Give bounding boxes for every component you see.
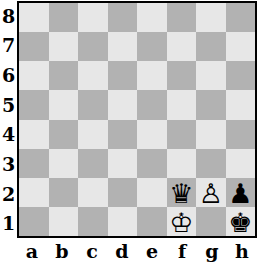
square-h2[interactable]: ♟ [226, 178, 256, 207]
square-a2[interactable] [19, 178, 49, 207]
square-c7[interactable] [78, 32, 108, 61]
square-e7[interactable] [137, 32, 167, 61]
square-e5[interactable] [137, 90, 167, 119]
file-label-h: h [227, 239, 257, 262]
file-label-a: a [17, 239, 47, 262]
square-e3[interactable] [137, 149, 167, 178]
square-g2[interactable]: ♙ [196, 178, 226, 207]
square-d6[interactable] [108, 61, 138, 90]
square-d2[interactable] [108, 178, 138, 207]
square-e8[interactable] [137, 3, 167, 32]
square-f4[interactable] [167, 120, 197, 149]
black-pawn[interactable]: ♟ [228, 180, 252, 207]
square-e1[interactable] [137, 207, 167, 236]
file-label-d: d [107, 239, 137, 262]
black-queen[interactable]: ♛ [169, 180, 193, 207]
square-g7[interactable] [196, 32, 226, 61]
square-g6[interactable] [196, 61, 226, 90]
white-pawn[interactable]: ♙ [199, 180, 223, 207]
file-labels: abcdefgh [17, 239, 257, 262]
white-king[interactable]: ♔ [169, 209, 193, 236]
square-h6[interactable] [226, 61, 256, 90]
square-a8[interactable] [19, 3, 49, 32]
square-a7[interactable] [19, 32, 49, 61]
square-b3[interactable] [49, 149, 79, 178]
square-h1[interactable]: ♚ [226, 207, 256, 236]
rank-label-5: 5 [0, 90, 17, 120]
square-d7[interactable] [108, 32, 138, 61]
square-b6[interactable] [49, 61, 79, 90]
square-f8[interactable] [167, 3, 197, 32]
square-h5[interactable] [226, 90, 256, 119]
square-d3[interactable] [108, 149, 138, 178]
square-a1[interactable] [19, 207, 49, 236]
square-c5[interactable] [78, 90, 108, 119]
square-f2[interactable]: ♛ [167, 178, 197, 207]
square-a3[interactable] [19, 149, 49, 178]
square-g1[interactable] [196, 207, 226, 236]
square-a4[interactable] [19, 120, 49, 149]
square-a6[interactable] [19, 61, 49, 90]
square-e4[interactable] [137, 120, 167, 149]
black-king[interactable]: ♚ [228, 209, 252, 236]
square-c1[interactable] [78, 207, 108, 236]
square-f6[interactable] [167, 61, 197, 90]
file-label-c: c [77, 239, 107, 262]
square-h7[interactable] [226, 32, 256, 61]
square-d5[interactable] [108, 90, 138, 119]
square-d4[interactable] [108, 120, 138, 149]
chess-diagram: 87654321 ♛♙♟♔♚ abcdefgh [0, 0, 259, 263]
square-b2[interactable] [49, 178, 79, 207]
square-c6[interactable] [78, 61, 108, 90]
rank-label-1: 1 [0, 208, 17, 238]
square-c8[interactable] [78, 3, 108, 32]
square-c4[interactable] [78, 120, 108, 149]
square-d1[interactable] [108, 207, 138, 236]
square-g4[interactable] [196, 120, 226, 149]
square-h8[interactable] [226, 3, 256, 32]
square-f3[interactable] [167, 149, 197, 178]
rank-label-7: 7 [0, 31, 17, 61]
rank-label-3: 3 [0, 149, 17, 179]
square-c3[interactable] [78, 149, 108, 178]
rank-label-6: 6 [0, 60, 17, 90]
square-b5[interactable] [49, 90, 79, 119]
square-a5[interactable] [19, 90, 49, 119]
chess-board: ♛♙♟♔♚ [17, 1, 257, 238]
rank-label-2: 2 [0, 179, 17, 209]
rank-label-8: 8 [0, 1, 17, 31]
rank-labels: 87654321 [0, 1, 17, 238]
file-label-f: f [167, 239, 197, 262]
file-label-g: g [197, 239, 227, 262]
square-b1[interactable] [49, 207, 79, 236]
square-b7[interactable] [49, 32, 79, 61]
rank-label-4: 4 [0, 120, 17, 150]
square-h3[interactable] [226, 149, 256, 178]
square-e2[interactable] [137, 178, 167, 207]
square-b8[interactable] [49, 3, 79, 32]
square-b4[interactable] [49, 120, 79, 149]
square-h4[interactable] [226, 120, 256, 149]
square-f5[interactable] [167, 90, 197, 119]
square-e6[interactable] [137, 61, 167, 90]
square-d8[interactable] [108, 3, 138, 32]
square-f1[interactable]: ♔ [167, 207, 197, 236]
square-g3[interactable] [196, 149, 226, 178]
square-c2[interactable] [78, 178, 108, 207]
square-g8[interactable] [196, 3, 226, 32]
file-label-e: e [137, 239, 167, 262]
file-label-b: b [47, 239, 77, 262]
square-g5[interactable] [196, 90, 226, 119]
square-f7[interactable] [167, 32, 197, 61]
